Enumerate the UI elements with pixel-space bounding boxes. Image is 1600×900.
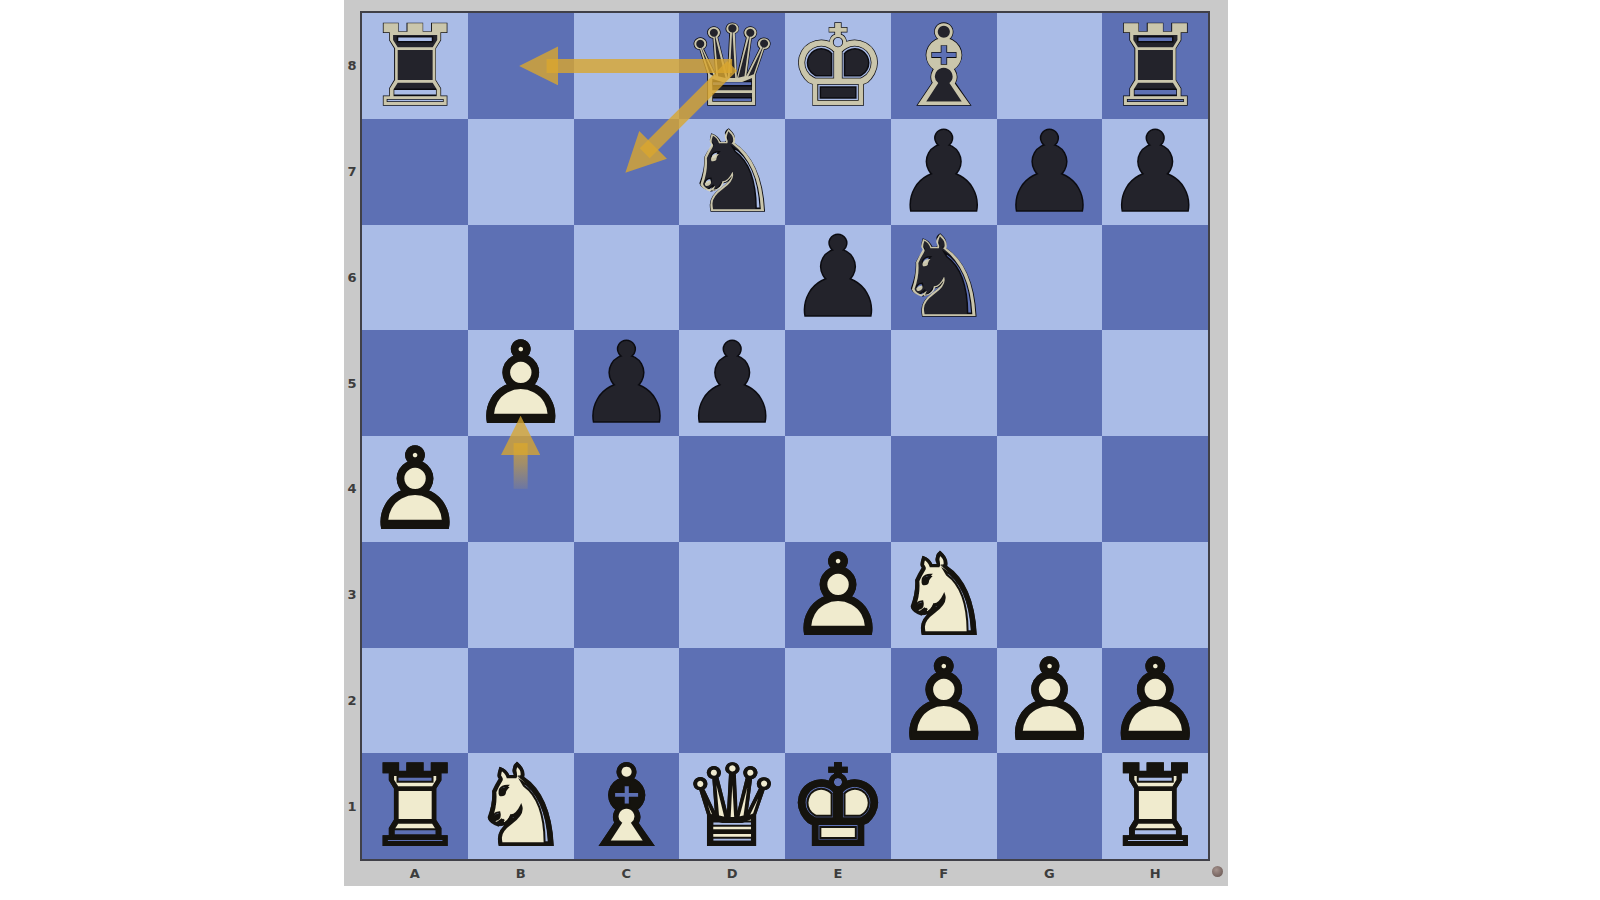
- page-background: 87654321 ♜♖♛♕♚♔♝♗♜♖♞♘♟♟♟♟♞♘♟♙♟♟♟♙♟♙♞♘♟♙♟…: [0, 0, 1600, 900]
- pawn-glyph: ♟: [891, 648, 997, 754]
- square-b5[interactable]: ♟♙: [468, 330, 574, 436]
- rook-glyph: ♜: [1102, 13, 1208, 119]
- piece-white-knight[interactable]: ♞♘: [891, 542, 997, 648]
- square-d7[interactable]: ♞♘: [679, 119, 785, 225]
- pawn-glyph: ♟: [997, 119, 1103, 225]
- bishop-detail-lines: ♗: [574, 753, 680, 859]
- square-g4[interactable]: [997, 436, 1103, 542]
- rook-detail-lines: ♖: [1102, 13, 1208, 119]
- pawn-detail-lines: ♙: [362, 436, 468, 542]
- square-a7[interactable]: [362, 119, 468, 225]
- square-a4[interactable]: ♟♙: [362, 436, 468, 542]
- square-b6[interactable]: [468, 225, 574, 331]
- square-f6[interactable]: ♞♘: [891, 225, 997, 331]
- pawn-detail-lines: ♙: [891, 648, 997, 754]
- piece-black-rook[interactable]: ♜♖: [1102, 13, 1208, 119]
- square-c8[interactable]: [574, 13, 680, 119]
- piece-black-pawn[interactable]: ♟: [997, 119, 1103, 225]
- square-c1[interactable]: ♝♗: [574, 753, 680, 859]
- file-label-d: D: [679, 862, 785, 884]
- pawn-detail-lines: ♙: [1102, 648, 1208, 754]
- square-h1[interactable]: ♜♖: [1102, 753, 1208, 859]
- square-h3[interactable]: [1102, 542, 1208, 648]
- rank-label-5: 5: [344, 330, 360, 436]
- pawn-detail-lines: ♙: [785, 542, 891, 648]
- square-h2[interactable]: ♟♙: [1102, 648, 1208, 754]
- chess-board: ♜♖♛♕♚♔♝♗♜♖♞♘♟♟♟♟♞♘♟♙♟♟♟♙♟♙♞♘♟♙♟♙♟♙♜♖♞♘♝♗…: [362, 13, 1208, 859]
- square-c2[interactable]: [574, 648, 680, 754]
- queen-detail-lines: ♕: [679, 753, 785, 859]
- square-e2[interactable]: [785, 648, 891, 754]
- bishop-detail-lines: ♗: [891, 13, 997, 119]
- square-d8[interactable]: ♛♕: [679, 13, 785, 119]
- board-frame: 87654321 ♜♖♛♕♚♔♝♗♜♖♞♘♟♟♟♟♞♘♟♙♟♟♟♙♟♙♞♘♟♙♟…: [344, 0, 1228, 886]
- pawn-glyph: ♟: [679, 330, 785, 436]
- piece-black-rook[interactable]: ♜♖: [362, 13, 468, 119]
- piece-white-pawn[interactable]: ♟♙: [1102, 648, 1208, 754]
- knight-glyph: ♞: [891, 225, 997, 331]
- square-e7[interactable]: [785, 119, 891, 225]
- file-labels: ABCDEFGH: [362, 862, 1208, 884]
- file-label-a: A: [362, 862, 468, 884]
- knight-detail-lines: ♘: [679, 119, 785, 225]
- file-label-c: C: [574, 862, 680, 884]
- square-e8[interactable]: ♚♔: [785, 13, 891, 119]
- rook-detail-lines: ♖: [362, 13, 468, 119]
- piece-white-king[interactable]: ♚♔: [785, 753, 891, 859]
- square-d2[interactable]: [679, 648, 785, 754]
- knight-detail-lines: ♘: [891, 225, 997, 331]
- rank-label-7: 7: [344, 119, 360, 225]
- piece-black-pawn[interactable]: ♟: [785, 225, 891, 331]
- square-e6[interactable]: ♟: [785, 225, 891, 331]
- board-wrap: ♜♖♛♕♚♔♝♗♜♖♞♘♟♟♟♟♞♘♟♙♟♟♟♙♟♙♞♘♟♙♟♙♟♙♜♖♞♘♝♗…: [360, 11, 1210, 861]
- square-a1[interactable]: ♜♖: [362, 753, 468, 859]
- piece-black-pawn[interactable]: ♟: [1102, 119, 1208, 225]
- king-glyph: ♚: [785, 753, 891, 859]
- king-detail-lines: ♔: [785, 753, 891, 859]
- square-a8[interactable]: ♜♖: [362, 13, 468, 119]
- pawn-glyph: ♟: [574, 330, 680, 436]
- square-g1[interactable]: [997, 753, 1103, 859]
- pawn-glyph: ♟: [1102, 119, 1208, 225]
- pawn-detail-lines: ♙: [997, 648, 1103, 754]
- square-c3[interactable]: [574, 542, 680, 648]
- piece-black-pawn[interactable]: ♟: [891, 119, 997, 225]
- piece-white-pawn[interactable]: ♟♙: [468, 330, 574, 436]
- rank-labels: 87654321: [344, 13, 360, 859]
- piece-white-rook[interactable]: ♜♖: [362, 753, 468, 859]
- knight-glyph: ♞: [679, 119, 785, 225]
- file-label-f: F: [891, 862, 997, 884]
- piece-white-pawn[interactable]: ♟♙: [997, 648, 1103, 754]
- square-d5[interactable]: ♟: [679, 330, 785, 436]
- square-f3[interactable]: ♞♘: [891, 542, 997, 648]
- square-a2[interactable]: [362, 648, 468, 754]
- queen-glyph: ♛: [679, 753, 785, 859]
- knight-glyph: ♞: [468, 753, 574, 859]
- square-d3[interactable]: [679, 542, 785, 648]
- rook-detail-lines: ♖: [362, 753, 468, 859]
- square-b2[interactable]: [468, 648, 574, 754]
- square-h4[interactable]: [1102, 436, 1208, 542]
- pawn-glyph: ♟: [997, 648, 1103, 754]
- file-label-g: G: [997, 862, 1103, 884]
- piece-black-bishop[interactable]: ♝♗: [891, 13, 997, 119]
- rank-label-2: 2: [344, 648, 360, 754]
- piece-black-knight[interactable]: ♞♘: [891, 225, 997, 331]
- piece-white-queen[interactable]: ♛♕: [679, 753, 785, 859]
- king-detail-lines: ♔: [785, 13, 891, 119]
- square-f4[interactable]: [891, 436, 997, 542]
- piece-black-knight[interactable]: ♞♘: [679, 119, 785, 225]
- piece-white-knight[interactable]: ♞♘: [468, 753, 574, 859]
- square-h6[interactable]: [1102, 225, 1208, 331]
- piece-white-pawn[interactable]: ♟♙: [785, 542, 891, 648]
- square-b7[interactable]: [468, 119, 574, 225]
- square-h5[interactable]: [1102, 330, 1208, 436]
- pawn-glyph: ♟: [785, 542, 891, 648]
- square-c4[interactable]: [574, 436, 680, 542]
- pawn-glyph: ♟: [362, 436, 468, 542]
- queen-glyph: ♛: [679, 13, 785, 119]
- pawn-glyph: ♟: [785, 225, 891, 331]
- pawn-glyph: ♟: [468, 330, 574, 436]
- square-g7[interactable]: ♟: [997, 119, 1103, 225]
- pawn-glyph: ♟: [1102, 648, 1208, 754]
- square-g3[interactable]: [997, 542, 1103, 648]
- rank-label-3: 3: [344, 542, 360, 648]
- rook-glyph: ♜: [362, 13, 468, 119]
- square-g6[interactable]: [997, 225, 1103, 331]
- square-f8[interactable]: ♝♗: [891, 13, 997, 119]
- square-h8[interactable]: ♜♖: [1102, 13, 1208, 119]
- king-glyph: ♚: [785, 13, 891, 119]
- rook-detail-lines: ♖: [1102, 753, 1208, 859]
- square-b4[interactable]: [468, 436, 574, 542]
- square-e1[interactable]: ♚♔: [785, 753, 891, 859]
- square-a5[interactable]: [362, 330, 468, 436]
- knight-detail-lines: ♘: [891, 542, 997, 648]
- rank-label-6: 6: [344, 225, 360, 331]
- piece-black-pawn[interactable]: ♟: [679, 330, 785, 436]
- square-a3[interactable]: [362, 542, 468, 648]
- square-a6[interactable]: [362, 225, 468, 331]
- knight-glyph: ♞: [891, 542, 997, 648]
- square-e3[interactable]: ♟♙: [785, 542, 891, 648]
- piece-white-rook[interactable]: ♜♖: [1102, 753, 1208, 859]
- piece-black-queen[interactable]: ♛♕: [679, 13, 785, 119]
- bishop-glyph: ♝: [574, 753, 680, 859]
- file-label-h: H: [1102, 862, 1208, 884]
- square-h7[interactable]: ♟: [1102, 119, 1208, 225]
- square-f2[interactable]: ♟♙: [891, 648, 997, 754]
- square-f5[interactable]: [891, 330, 997, 436]
- rank-label-8: 8: [344, 13, 360, 119]
- piece-black-king[interactable]: ♚♔: [785, 13, 891, 119]
- rook-glyph: ♜: [1102, 753, 1208, 859]
- pawn-detail-lines: ♙: [468, 330, 574, 436]
- rank-label-1: 1: [344, 753, 360, 859]
- piece-white-pawn[interactable]: ♟♙: [362, 436, 468, 542]
- file-label-e: E: [785, 862, 891, 884]
- square-d1[interactable]: ♛♕: [679, 753, 785, 859]
- square-e5[interactable]: [785, 330, 891, 436]
- piece-black-pawn[interactable]: ♟: [574, 330, 680, 436]
- square-e4[interactable]: [785, 436, 891, 542]
- square-g8[interactable]: [997, 13, 1103, 119]
- square-b3[interactable]: [468, 542, 574, 648]
- square-d6[interactable]: [679, 225, 785, 331]
- square-c6[interactable]: [574, 225, 680, 331]
- square-c7[interactable]: [574, 119, 680, 225]
- rank-label-4: 4: [344, 436, 360, 542]
- square-g5[interactable]: [997, 330, 1103, 436]
- menu-dot-icon[interactable]: [1212, 866, 1223, 877]
- bishop-glyph: ♝: [891, 13, 997, 119]
- rook-glyph: ♜: [362, 753, 468, 859]
- square-b1[interactable]: ♞♘: [468, 753, 574, 859]
- square-g2[interactable]: ♟♙: [997, 648, 1103, 754]
- queen-detail-lines: ♕: [679, 13, 785, 119]
- square-f1[interactable]: [891, 753, 997, 859]
- square-f7[interactable]: ♟: [891, 119, 997, 225]
- piece-white-bishop[interactable]: ♝♗: [574, 753, 680, 859]
- pawn-glyph: ♟: [891, 119, 997, 225]
- square-c5[interactable]: ♟: [574, 330, 680, 436]
- knight-detail-lines: ♘: [468, 753, 574, 859]
- file-label-b: B: [468, 862, 574, 884]
- square-d4[interactable]: [679, 436, 785, 542]
- piece-white-pawn[interactable]: ♟♙: [891, 648, 997, 754]
- square-b8[interactable]: [468, 13, 574, 119]
